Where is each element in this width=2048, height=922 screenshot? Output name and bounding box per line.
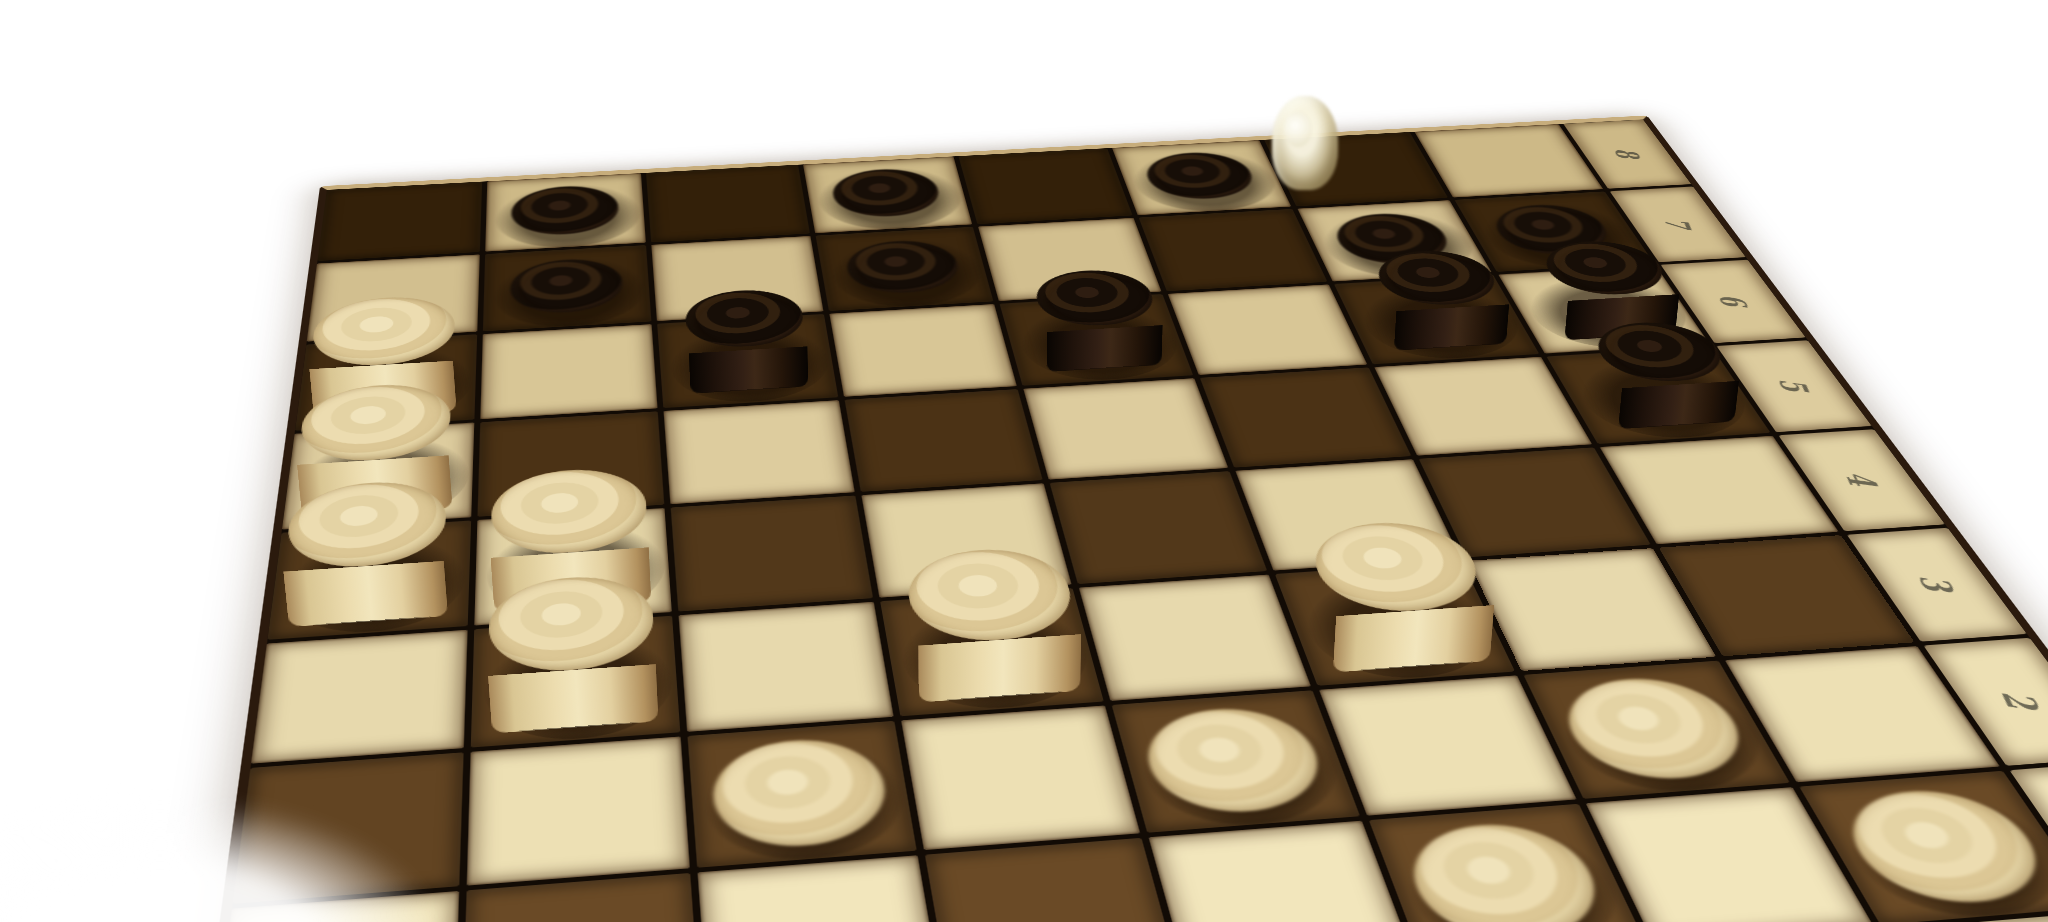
square-D8[interactable] <box>958 148 1132 224</box>
square-E3[interactable] <box>880 588 1104 716</box>
square-G2[interactable] <box>467 736 690 885</box>
square-C5[interactable] <box>1200 367 1411 467</box>
square-G3[interactable] <box>471 616 680 748</box>
square-E2[interactable] <box>901 705 1140 850</box>
square-H8[interactable] <box>317 182 482 261</box>
square-A8[interactable] <box>1414 124 1603 198</box>
square-F5[interactable] <box>664 400 855 504</box>
square-C8[interactable] <box>1112 140 1291 215</box>
dark-piece-D6[interactable] <box>1000 294 1194 386</box>
square-F8[interactable] <box>646 165 810 243</box>
photo-scene: 87654321HGFEDCBA <box>0 0 2048 922</box>
checkers-board: 87654321HGFEDCBA <box>185 115 2048 922</box>
square-F3[interactable] <box>679 602 894 732</box>
square-E1[interactable] <box>925 838 1182 922</box>
dark-piece-wall <box>1046 325 1162 372</box>
square-G6[interactable] <box>480 324 657 419</box>
rank-number: 5 <box>1770 379 1816 391</box>
dark-piece-E7[interactable] <box>816 227 994 311</box>
square-F6[interactable] <box>657 314 838 408</box>
square-G8[interactable] <box>485 173 646 252</box>
square-D5[interactable] <box>1023 378 1228 479</box>
square-F2[interactable] <box>688 721 917 868</box>
rank-number: 7 <box>1656 218 1697 228</box>
translucent-spare-piece <box>1272 96 1338 190</box>
light-piece-G3[interactable] <box>471 616 680 748</box>
light-piece-F2[interactable] <box>688 721 917 868</box>
rank-number: 8 <box>1607 149 1646 158</box>
board-perspective-wrapper: 87654321HGFEDCBA <box>0 0 2048 922</box>
light-piece-D2[interactable] <box>1112 690 1360 832</box>
square-F1[interactable] <box>698 855 944 922</box>
dark-piece-wall <box>689 346 809 394</box>
square-H3[interactable] <box>251 630 468 764</box>
light-piece-A1[interactable] <box>1799 771 2048 922</box>
square-A1[interactable] <box>1799 771 2048 922</box>
rank-number: 3 <box>1909 575 1961 590</box>
dark-piece-G7[interactable] <box>483 245 651 331</box>
dark-piece-G8[interactable] <box>485 173 646 252</box>
dark-piece-C8[interactable] <box>1112 140 1291 215</box>
square-F4[interactable] <box>671 495 873 611</box>
light-piece-E3[interactable] <box>880 588 1104 716</box>
square-D4[interactable] <box>1050 471 1268 584</box>
square-D3[interactable] <box>1079 575 1311 701</box>
rank-number: 4 <box>1835 472 1884 486</box>
square-C7[interactable] <box>1139 209 1328 291</box>
square-E5[interactable] <box>845 389 1043 492</box>
square-D2[interactable] <box>1112 690 1360 832</box>
light-piece-H4[interactable] <box>267 521 471 640</box>
rank-number: 2 <box>1991 691 2047 708</box>
square-E7[interactable] <box>816 227 994 311</box>
rank-number: 6 <box>1710 295 1753 306</box>
square-H4[interactable] <box>267 521 471 640</box>
square-E8[interactable] <box>803 156 972 233</box>
dark-piece-F6[interactable] <box>657 314 838 408</box>
square-C6[interactable] <box>1168 284 1368 375</box>
dark-piece-E8[interactable] <box>803 156 972 233</box>
square-E6[interactable] <box>829 304 1016 397</box>
square-G7[interactable] <box>483 245 651 331</box>
light-piece-top <box>1828 785 2048 908</box>
square-D6[interactable] <box>1000 294 1194 386</box>
dark-piece-wall <box>1394 304 1510 351</box>
